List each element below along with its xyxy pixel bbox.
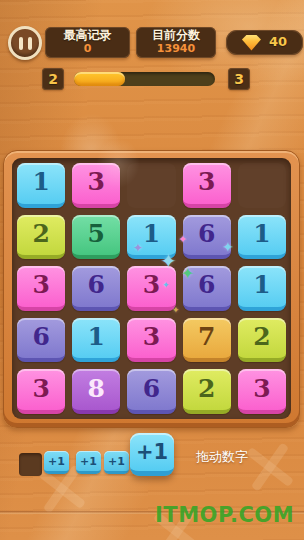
high-score-label: 最高记录 [64,29,112,43]
tile-number: 6 [198,270,215,299]
tile-number: 8 [88,374,105,403]
pause-icon [19,37,23,50]
tile-number: 2 [253,322,270,351]
queue-empty-slot [19,453,42,476]
tile-r1c2-value-3[interactable]: 3 [72,163,120,208]
empty-cell [127,163,175,208]
tile-r2c5-value-1[interactable]: 1 [238,215,286,260]
pause-button[interactable] [8,26,42,60]
level-progress-track [74,72,215,86]
tile-r2c2-value-5[interactable]: 5 [72,215,120,260]
tile-number: 6 [32,322,49,351]
gem-counter[interactable]: 40 [226,30,303,55]
current-score-panel: 目前分数 13940 [136,27,216,58]
tile-r1c1-value-1[interactable]: 1 [17,163,65,208]
queue-tile-1[interactable]: +1 [44,451,69,474]
tile-r5c2-value-8[interactable]: 8 [72,369,120,414]
gem-count: 40 [269,35,287,50]
current-score-value: 13940 [157,43,195,56]
drag-hint-label: 拖动数字 [196,448,248,466]
tile-number: 3 [32,270,49,299]
tile-number: 3 [253,374,270,403]
tile-number: 6 [143,374,160,403]
queue-tile-2[interactable]: +1 [76,451,101,474]
pause-icon [28,37,32,50]
tile-number: 1 [253,270,270,299]
game-screen: 最高记录 0 目前分数 13940 40 2 3 133251613636161… [0,0,304,540]
level-next-badge: 3 [228,68,250,90]
tile-r4c3-value-3[interactable]: 3 [127,318,175,363]
tile-r4c2-value-1[interactable]: 1 [72,318,120,363]
tile-number: 6 [198,219,215,248]
tile-number: 3 [143,270,160,299]
tile-r5c1-value-3[interactable]: 3 [17,369,65,414]
tile-number: 7 [198,322,215,351]
tile-r2c3-value-1[interactable]: 1 [127,215,175,260]
tile-r1c4-value-3[interactable]: 3 [183,163,231,208]
queue-tile-3[interactable]: +1 [104,451,129,474]
tile-number: 1 [32,167,49,196]
level-progress-fill [74,72,125,86]
tile-r3c1-value-3[interactable]: 3 [17,266,65,311]
tile-number: 1 [88,322,105,351]
tile-number: 2 [32,219,49,248]
tile-number: 6 [88,270,105,299]
wood-tape-mark [243,440,297,494]
tile-r3c2-value-6[interactable]: 6 [72,266,120,311]
tile-grid: 13325161363616137238623 [17,163,286,414]
level-current-badge: 2 [42,68,64,90]
current-score-label: 目前分数 [152,29,200,43]
empty-cell [238,163,286,208]
tile-number: 2 [198,374,215,403]
tile-number: 1 [253,219,270,248]
gem-icon [242,35,261,51]
queue-active-tile[interactable]: +1 [130,433,174,476]
tile-r4c1-value-6[interactable]: 6 [17,318,65,363]
tile-number: 5 [88,219,105,248]
tile-r3c5-value-1[interactable]: 1 [238,266,286,311]
tile-number: 3 [32,374,49,403]
tile-r5c4-value-2[interactable]: 2 [183,369,231,414]
board-inner: 13325161363616137238623 [12,158,291,419]
watermark: ITMOP.COM [155,503,300,527]
tile-r5c5-value-3[interactable]: 3 [238,369,286,414]
tile-r4c4-value-7[interactable]: 7 [183,318,231,363]
tile-number: 1 [143,219,160,248]
high-score-panel: 最高记录 0 [45,27,130,58]
tile-r2c1-value-2[interactable]: 2 [17,215,65,260]
tile-r3c3-value-3[interactable]: 3 [127,266,175,311]
tile-r3c4-value-6[interactable]: 6 [183,266,231,311]
tile-r2c4-value-6[interactable]: 6 [183,215,231,260]
tile-number: 3 [88,167,105,196]
high-score-value: 0 [84,43,92,56]
tile-r5c3-value-6[interactable]: 6 [127,369,175,414]
tile-number: 3 [143,322,160,351]
tile-r4c5-value-2[interactable]: 2 [238,318,286,363]
game-board: 13325161363616137238623 [3,150,300,428]
tile-number: 3 [198,167,215,196]
